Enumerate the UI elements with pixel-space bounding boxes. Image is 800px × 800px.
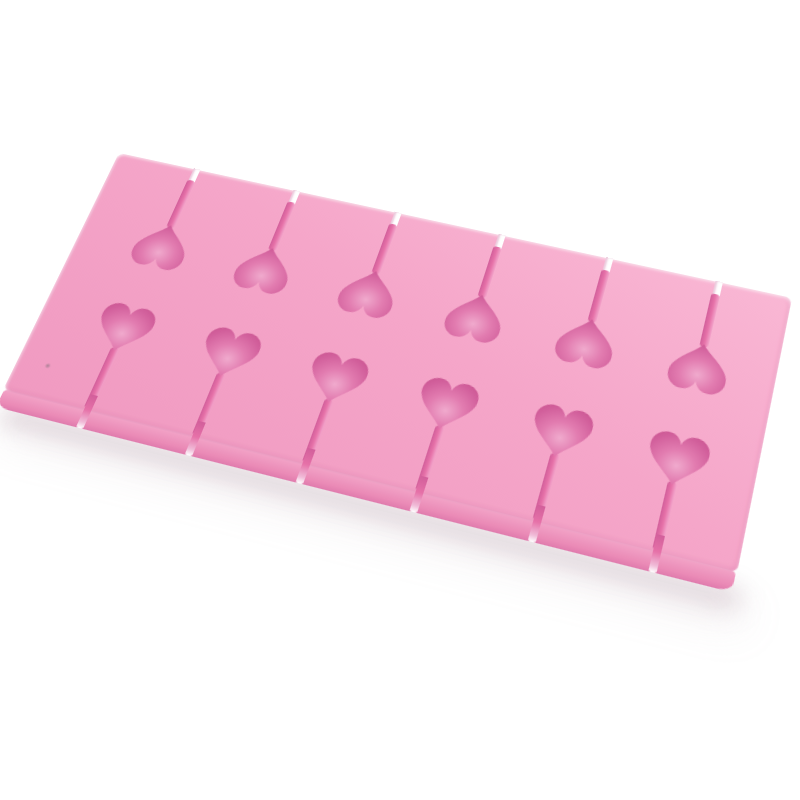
heart-cavity <box>438 287 511 349</box>
stick-channel <box>477 246 501 299</box>
heart-cavity <box>86 297 163 359</box>
heart-cavity <box>124 218 198 276</box>
mold-top-face <box>3 153 792 573</box>
dust-speck <box>44 363 52 369</box>
heart-cavity <box>523 398 599 466</box>
stick-channel <box>587 269 610 323</box>
heart-cavity <box>227 240 301 299</box>
stick-channel <box>371 223 397 274</box>
heart-cavity <box>640 425 716 495</box>
heart-cavity <box>331 263 405 323</box>
heart-cavity <box>191 322 268 385</box>
heart-cavity <box>662 336 735 401</box>
stick-channel <box>699 293 720 348</box>
heart-cavity <box>298 346 375 411</box>
photo-background <box>0 0 800 800</box>
stick-channel <box>166 180 195 229</box>
heart-cavity <box>409 372 485 438</box>
silicone-mold <box>0 153 792 594</box>
stick-channel <box>268 201 296 251</box>
heart-cavity <box>549 311 622 374</box>
